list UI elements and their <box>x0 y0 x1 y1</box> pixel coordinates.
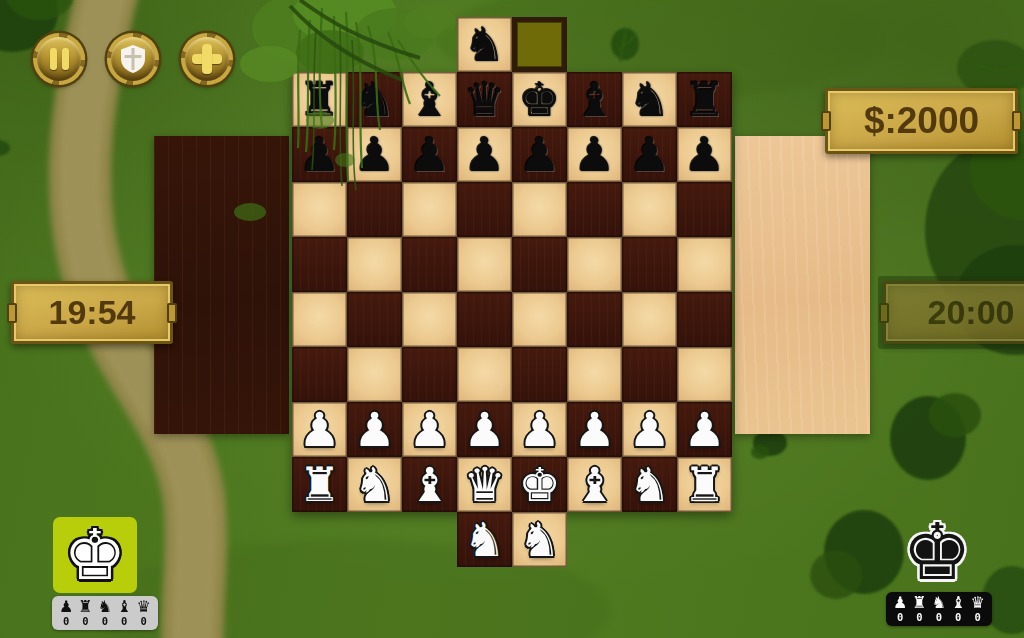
square-c1[interactable]: ♝ <box>402 457 457 512</box>
square-a8[interactable]: ♜ <box>292 72 347 127</box>
timer-white: 19:54 <box>11 281 173 344</box>
square-c4[interactable] <box>402 292 457 347</box>
money-value: $:2000 <box>864 100 979 142</box>
small-bush-mid <box>751 430 787 459</box>
pause-button[interactable] <box>33 33 85 85</box>
white-king-icon: ♚ <box>64 517 127 593</box>
square-g4[interactable] <box>622 292 677 347</box>
white-pawn[interactable]: ♟ <box>408 402 450 457</box>
captured-knight-counter: ♞0 <box>98 599 112 627</box>
black-knight[interactable]: ♞ <box>628 72 670 127</box>
white-player-badge[interactable]: ♚ <box>53 517 137 593</box>
captured-rook-counter: ♜0 <box>912 595 926 623</box>
square-a7[interactable]: ♟ <box>292 127 347 182</box>
captured-count: 0 <box>936 612 942 623</box>
captured-count: 0 <box>102 616 108 627</box>
captured-count: 0 <box>974 612 980 623</box>
square-d5[interactable] <box>457 237 512 292</box>
pawn-icon: ♟ <box>893 595 907 611</box>
black-knight[interactable]: ♞ <box>463 17 505 72</box>
chess-board: ♜♞♝♛♚♝♞♜♟♟♟♟♟♟♟♟♟♟♟♟♟♟♟♟♜♞♝♛♚♝♞♜ <box>292 72 732 512</box>
square-e5[interactable] <box>512 237 567 292</box>
square-e2[interactable]: ♟ <box>512 402 567 457</box>
square-c5[interactable] <box>402 237 457 292</box>
square-c8[interactable]: ♝ <box>402 72 457 127</box>
square-b7[interactable]: ♟ <box>347 127 402 182</box>
black-king[interactable]: ♚ <box>518 72 560 127</box>
white-pawn[interactable]: ♟ <box>353 402 395 457</box>
square-e1[interactable]: ♚ <box>512 457 567 512</box>
timer-black: 20:00 <box>883 281 1024 344</box>
black-pawn[interactable]: ♟ <box>353 127 395 182</box>
black-rook[interactable]: ♜ <box>298 72 340 127</box>
square-d3[interactable] <box>457 347 512 402</box>
square-b1[interactable]: ♞ <box>347 457 402 512</box>
square-a2[interactable]: ♟ <box>292 402 347 457</box>
reserve-top-square-e-selected[interactable] <box>512 17 567 72</box>
dark-wood-panel <box>154 136 289 434</box>
white-pawn[interactable]: ♟ <box>683 402 725 457</box>
black-bishop[interactable]: ♝ <box>408 72 450 127</box>
square-c7[interactable]: ♟ <box>402 127 457 182</box>
square-b4[interactable] <box>347 292 402 347</box>
square-f7[interactable]: ♟ <box>567 127 622 182</box>
shield-icon <box>111 37 155 81</box>
add-button[interactable] <box>181 33 233 85</box>
captured-knight-counter: ♞0 <box>932 595 946 623</box>
black-pawn[interactable]: ♟ <box>518 127 560 182</box>
white-pawn[interactable]: ♟ <box>628 402 670 457</box>
black-pawn[interactable]: ♟ <box>628 127 670 182</box>
captured-bishop-counter: ♝0 <box>951 595 965 623</box>
square-g8[interactable]: ♞ <box>622 72 677 127</box>
rook-icon: ♜ <box>912 595 926 611</box>
black-pawn[interactable]: ♟ <box>408 127 450 182</box>
plus-icon <box>185 37 229 81</box>
captured-queen-counter: ♛0 <box>970 595 984 623</box>
square-g2[interactable]: ♟ <box>622 402 677 457</box>
square-g3[interactable] <box>622 347 677 402</box>
square-h5[interactable] <box>677 237 732 292</box>
square-a3[interactable] <box>292 347 347 402</box>
white-bishop[interactable]: ♝ <box>573 457 615 512</box>
square-a4[interactable] <box>292 292 347 347</box>
captured-count: 0 <box>82 616 88 627</box>
square-d1[interactable]: ♛ <box>457 457 512 512</box>
square-f6[interactable] <box>567 182 622 237</box>
white-rook[interactable]: ♜ <box>683 457 725 512</box>
timer-white-value: 19:54 <box>49 293 136 332</box>
black-bishop[interactable]: ♝ <box>573 72 615 127</box>
square-f5[interactable] <box>567 237 622 292</box>
square-b8[interactable]: ♞ <box>347 72 402 127</box>
white-knight[interactable]: ♞ <box>518 512 560 567</box>
captured-tray-white-side: ♟0♜0♞0♝0♛0 <box>52 596 158 630</box>
white-pawn[interactable]: ♟ <box>518 402 560 457</box>
square-e7[interactable]: ♟ <box>512 127 567 182</box>
square-f2[interactable]: ♟ <box>567 402 622 457</box>
square-b2[interactable]: ♟ <box>347 402 402 457</box>
black-pawn[interactable]: ♟ <box>463 127 505 182</box>
black-pawn[interactable]: ♟ <box>298 127 340 182</box>
square-f3[interactable] <box>567 347 622 402</box>
captured-queen-counter: ♛0 <box>136 599 150 627</box>
bishop-icon: ♝ <box>951 595 965 611</box>
white-pawn[interactable]: ♟ <box>298 402 340 457</box>
square-e4[interactable] <box>512 292 567 347</box>
white-pawn[interactable]: ♟ <box>463 402 505 457</box>
white-knight[interactable]: ♞ <box>628 457 670 512</box>
light-wood-panel <box>735 136 870 434</box>
black-knight[interactable]: ♞ <box>353 72 395 127</box>
square-h2[interactable]: ♟ <box>677 402 732 457</box>
square-a5[interactable] <box>292 237 347 292</box>
square-b6[interactable] <box>347 182 402 237</box>
square-h1[interactable]: ♜ <box>677 457 732 512</box>
captured-rook-counter: ♜0 <box>78 599 92 627</box>
money-display: $:2000 <box>825 88 1018 154</box>
black-pawn[interactable]: ♟ <box>573 127 615 182</box>
black-pawn[interactable]: ♟ <box>683 127 725 182</box>
knight-icon: ♞ <box>932 595 946 611</box>
square-h6[interactable] <box>677 182 732 237</box>
square-h8[interactable]: ♜ <box>677 72 732 127</box>
square-g6[interactable] <box>622 182 677 237</box>
square-h7[interactable]: ♟ <box>677 127 732 182</box>
pawn-icon: ♟ <box>59 599 73 615</box>
square-c3[interactable] <box>402 347 457 402</box>
square-d4[interactable] <box>457 292 512 347</box>
square-c6[interactable] <box>402 182 457 237</box>
white-king[interactable]: ♚ <box>518 457 560 512</box>
black-queen[interactable]: ♛ <box>463 72 505 127</box>
captured-pawn-counter: ♟0 <box>59 599 73 627</box>
square-f4[interactable] <box>567 292 622 347</box>
square-g1[interactable]: ♞ <box>622 457 677 512</box>
square-f8[interactable]: ♝ <box>567 72 622 127</box>
square-e3[interactable] <box>512 347 567 402</box>
rook-icon: ♜ <box>78 599 92 615</box>
queen-icon: ♛ <box>136 599 150 615</box>
captured-count: 0 <box>140 616 146 627</box>
reserve-bottom-square-d[interactable]: ♞ <box>457 512 512 567</box>
square-e8[interactable]: ♚ <box>512 72 567 127</box>
captured-pawn-counter: ♟0 <box>893 595 907 623</box>
square-b5[interactable] <box>347 237 402 292</box>
captured-tray-black-side: ♟0♜0♞0♝0♛0 <box>886 592 992 626</box>
square-f1[interactable]: ♝ <box>567 457 622 512</box>
square-g5[interactable] <box>622 237 677 292</box>
knight-icon: ♞ <box>98 599 112 615</box>
pause-icon <box>37 37 81 81</box>
reserve-bottom-square-e[interactable]: ♞ <box>512 512 567 567</box>
timer-dim-overlay <box>878 276 1024 349</box>
reserve-top-square-d[interactable]: ♞ <box>457 17 512 72</box>
white-pawn[interactable]: ♟ <box>573 402 615 457</box>
queen-icon: ♛ <box>970 595 984 611</box>
game-screen: ♜♞♝♛♚♝♞♜♟♟♟♟♟♟♟♟♟♟♟♟♟♟♟♟♜♞♝♛♚♝♞♜ <box>0 0 1024 638</box>
square-d6[interactable] <box>457 182 512 237</box>
square-d2[interactable]: ♟ <box>457 402 512 457</box>
captured-count: 0 <box>955 612 961 623</box>
bishop-icon: ♝ <box>117 599 131 615</box>
white-knight[interactable]: ♞ <box>463 512 505 567</box>
square-g7[interactable]: ♟ <box>622 127 677 182</box>
white-bishop[interactable]: ♝ <box>408 457 450 512</box>
square-c2[interactable]: ♟ <box>402 402 457 457</box>
captured-count: 0 <box>916 612 922 623</box>
captured-count: 0 <box>121 616 127 627</box>
square-d7[interactable]: ♟ <box>457 127 512 182</box>
square-d8[interactable]: ♛ <box>457 72 512 127</box>
black-rook[interactable]: ♜ <box>683 72 725 127</box>
square-b3[interactable] <box>347 347 402 402</box>
black-king-icon: ♚ <box>902 510 972 594</box>
white-queen[interactable]: ♛ <box>463 457 505 512</box>
shield-button[interactable] <box>107 33 159 85</box>
square-h4[interactable] <box>677 292 732 347</box>
square-e6[interactable] <box>512 182 567 237</box>
square-h3[interactable] <box>677 347 732 402</box>
captured-count: 0 <box>897 612 903 623</box>
white-rook[interactable]: ♜ <box>298 457 340 512</box>
captured-count: 0 <box>63 616 69 627</box>
square-a6[interactable] <box>292 182 347 237</box>
black-player-badge[interactable]: ♚ <box>883 510 991 594</box>
square-a1[interactable]: ♜ <box>292 457 347 512</box>
white-knight[interactable]: ♞ <box>353 457 395 512</box>
captured-bishop-counter: ♝0 <box>117 599 131 627</box>
